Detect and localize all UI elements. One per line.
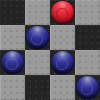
checker-blue[interactable] — [26, 26, 49, 49]
board-square[interactable] — [25, 25, 50, 50]
board-square[interactable] — [50, 75, 75, 100]
board-square[interactable] — [0, 25, 25, 50]
checker-blue[interactable] — [51, 51, 74, 74]
board-square[interactable] — [50, 50, 75, 75]
board-square[interactable] — [0, 0, 25, 25]
board-square[interactable] — [25, 50, 50, 75]
board-square[interactable] — [75, 25, 100, 50]
board-square[interactable] — [50, 25, 75, 50]
checker-blue[interactable] — [1, 51, 24, 74]
checker-red[interactable] — [51, 1, 74, 24]
board-square[interactable] — [0, 75, 25, 100]
board-square[interactable] — [75, 75, 100, 100]
board-square[interactable] — [25, 75, 50, 100]
board-square[interactable] — [25, 0, 50, 25]
checker-blue[interactable] — [76, 76, 99, 99]
board-square[interactable] — [75, 50, 100, 75]
board-square[interactable] — [50, 0, 75, 25]
board-square[interactable] — [75, 0, 100, 25]
board-square[interactable] — [0, 50, 25, 75]
checkers-board — [0, 0, 100, 100]
